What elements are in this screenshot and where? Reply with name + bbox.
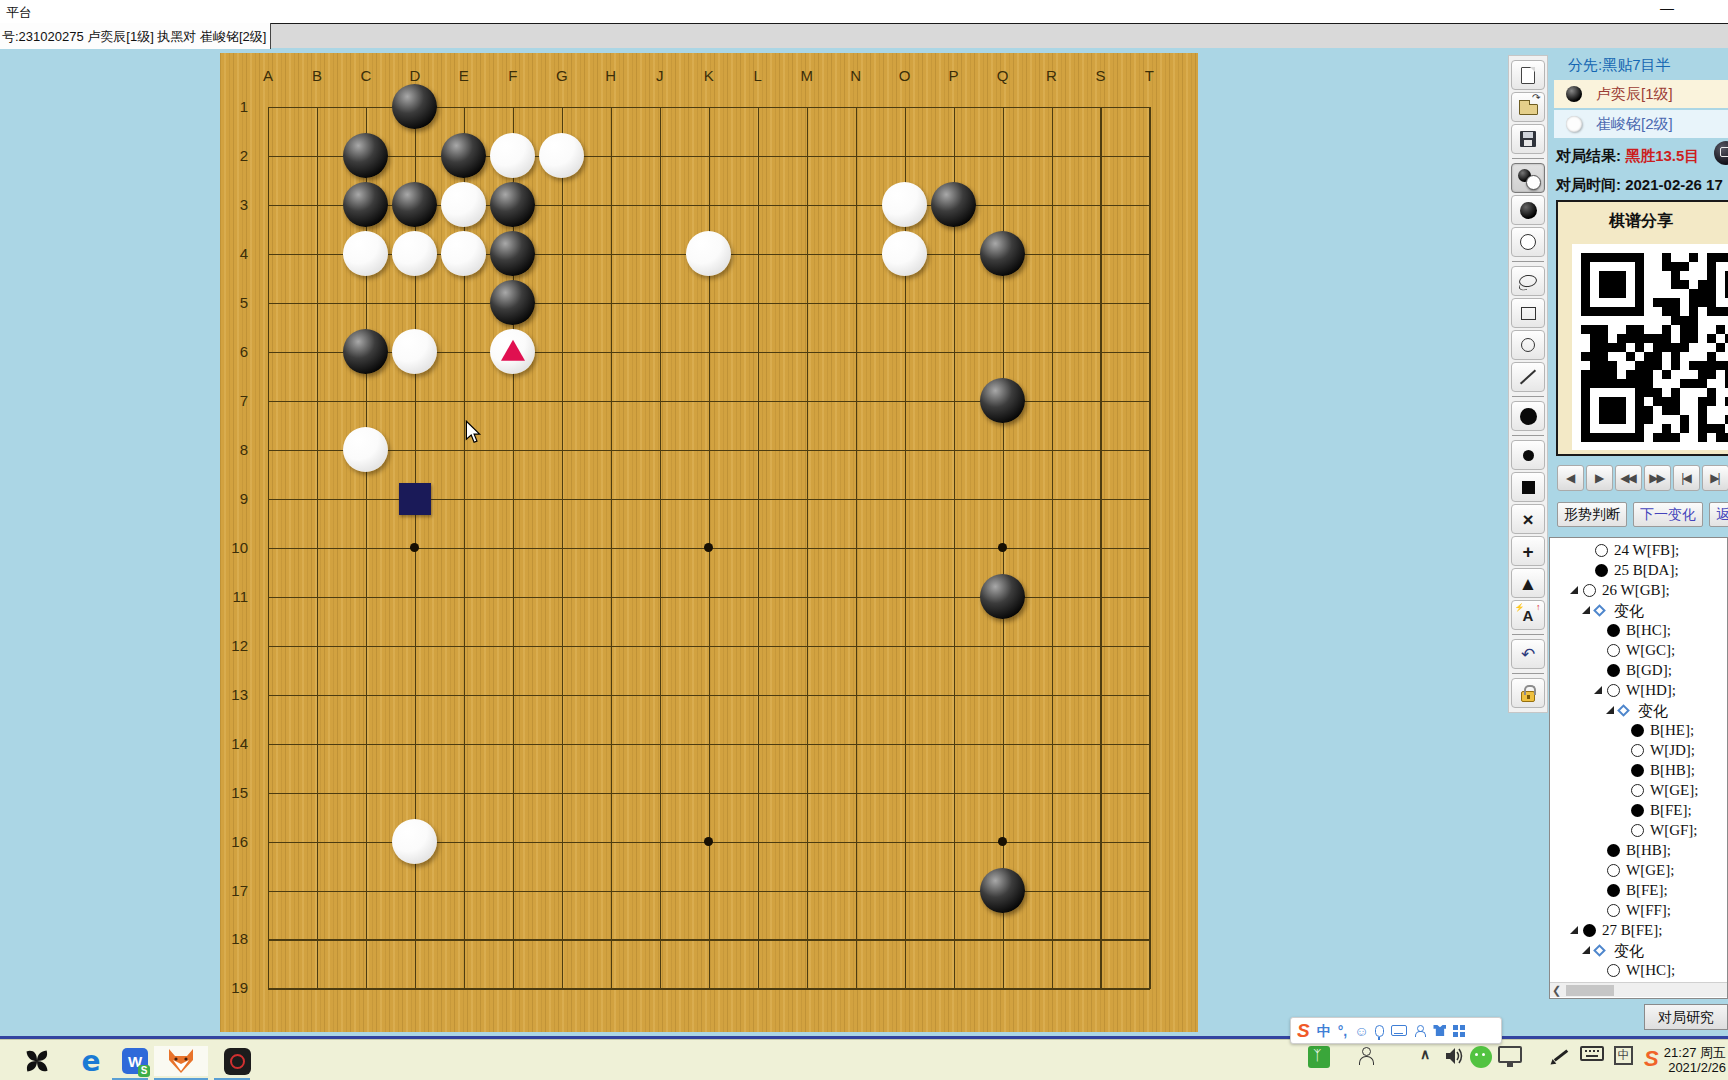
undo-icon: ↶ <box>1521 646 1535 663</box>
black-move-icon <box>1607 844 1620 857</box>
punctuation-icon[interactable]: °, <box>1338 1024 1348 1038</box>
clock-date: 2021/2/26 <box>1664 1060 1726 1075</box>
move-text: 27 B[FE]; <box>1602 922 1662 939</box>
move-tree-node[interactable]: B[HB]; <box>1550 761 1727 781</box>
tree-expander-icon[interactable] <box>1582 946 1590 954</box>
white-move-icon <box>1595 544 1608 557</box>
toolbox-grid-icon[interactable] <box>1453 1025 1465 1037</box>
editor-toolbar: ×+▲A↶ <box>1508 55 1548 713</box>
move-tree-node[interactable]: W[GC]; <box>1550 641 1727 661</box>
usb-icon <box>1308 1046 1330 1068</box>
place-black-stone-button[interactable] <box>1511 195 1545 225</box>
taskbar-clock[interactable]: 21:27 周五 2021/2/26 <box>1664 1045 1726 1075</box>
black-stone-icon <box>1566 86 1582 102</box>
move-tree-node[interactable]: 25 B[DA]; <box>1550 561 1727 581</box>
tree-expander-icon[interactable] <box>1594 686 1602 694</box>
column-label: A <box>253 67 283 84</box>
minimize-button[interactable]: — <box>1650 0 1684 20</box>
toolbar-separator <box>1512 158 1544 159</box>
scroll-left-arrow-icon[interactable]: ❮ <box>1552 984 1561 997</box>
square-mark <box>399 483 431 515</box>
tray-people[interactable] <box>1358 1046 1378 1066</box>
variation-diamond-icon <box>1593 604 1606 617</box>
white-move-icon <box>1631 784 1644 797</box>
variation-diamond-icon <box>1617 704 1630 717</box>
black-stone <box>980 868 1025 913</box>
black-stone <box>980 231 1025 276</box>
chinese-mode-icon[interactable]: 中 <box>1317 1024 1331 1038</box>
tray-ime-mode[interactable]: 中 <box>1614 1046 1633 1065</box>
tree-expander-icon[interactable] <box>1570 926 1578 934</box>
step-forward-button[interactable]: ▶ <box>1586 465 1613 491</box>
time-label: 对局时间: <box>1556 176 1621 193</box>
black-move-icon <box>1595 564 1608 577</box>
qr-share-title: 棋谱分享 <box>1558 202 1724 232</box>
move-tree-node[interactable]: 变化 <box>1550 701 1727 721</box>
place-white-stone-icon <box>1520 234 1536 250</box>
new-file-button[interactable] <box>1511 60 1545 90</box>
move-text: B[HC]; <box>1626 622 1671 639</box>
save-file-button[interactable] <box>1511 124 1545 154</box>
tab-strip: 号:231020275 卢奕辰[1级] 执黑对 崔峻铭[2级] <box>0 23 1728 48</box>
save-file-icon <box>1520 131 1536 147</box>
lasso-tool-icon <box>1518 274 1537 288</box>
move-tree-node[interactable]: W[GE]; <box>1550 861 1727 881</box>
qr-share-panel: 棋谱分享 <box>1556 200 1728 456</box>
dot-mark-icon <box>1523 450 1534 461</box>
column-label: M <box>792 67 822 84</box>
monitor-icon <box>1498 1046 1522 1063</box>
column-label: D <box>400 67 430 84</box>
move-text: B[HB]; <box>1626 842 1671 859</box>
white-player-name: 崔峻铭[2级] <box>1596 115 1673 134</box>
board-point-Q11[interactable] <box>978 572 1027 621</box>
fast-forward-button[interactable]: ▶▶ <box>1644 465 1671 491</box>
black-stone <box>392 84 437 129</box>
black-player-name: 卢奕辰[1级] <box>1596 85 1673 104</box>
action-buttons: 形势判断下一变化返回主谱 <box>1557 502 1728 527</box>
move-tree-node[interactable]: B[HC]; <box>1550 621 1727 641</box>
white-stone <box>343 231 388 276</box>
column-label: T <box>1134 67 1164 84</box>
tree-expander-icon[interactable] <box>1606 706 1614 714</box>
new-file-icon <box>1521 67 1535 84</box>
toolbar-separator <box>1512 261 1544 262</box>
circle-mark-icon <box>1521 338 1535 352</box>
to-end-button[interactable]: ▶| <box>1702 465 1728 491</box>
tree-horizontal-scrollbar[interactable]: ❮ <box>1550 982 1727 997</box>
filled-square-mark-button[interactable] <box>1511 472 1545 502</box>
tray-wechat[interactable] <box>1470 1046 1492 1068</box>
black-move-icon <box>1607 624 1620 637</box>
board-point-F2[interactable] <box>488 131 537 180</box>
stones-layer <box>244 83 1174 1013</box>
taskbar-edge-app[interactable]: e <box>68 1046 114 1076</box>
plus-mark-button[interactable]: + <box>1511 536 1545 566</box>
move-tree-node[interactable]: B[GD]; <box>1550 661 1727 681</box>
rule-text: 分先:黑贴7目半 <box>1568 56 1671 75</box>
move-text: W[GE]; <box>1650 782 1698 799</box>
board-point-O4[interactable] <box>880 229 929 278</box>
move-tree-node[interactable]: W[JD]; <box>1550 741 1727 761</box>
move-tree-node[interactable]: W[FF]; <box>1550 901 1727 921</box>
board-point-D9[interactable] <box>390 474 439 523</box>
time-line: 对局时间: 2021-02-26 17 <box>1556 176 1728 195</box>
board-point-D4[interactable] <box>390 229 439 278</box>
white-player-row[interactable]: 崔峻铭[2级] <box>1554 110 1728 138</box>
tray-sogou[interactable]: S <box>1644 1046 1659 1072</box>
toolbar-separator <box>1512 396 1544 397</box>
sogou-icon: S <box>1644 1046 1659 1072</box>
black-move-icon <box>1631 804 1644 817</box>
taskbar-pinwheel-app[interactable] <box>14 1046 60 1076</box>
move-tree-node[interactable]: 27 B[FE]; <box>1550 921 1727 941</box>
white-move-icon <box>1583 584 1596 597</box>
window-title: 平台 <box>6 4 32 22</box>
undo-button[interactable]: ↶ <box>1511 639 1545 669</box>
result-label: 对局结果: <box>1556 147 1621 164</box>
situation-judge-button[interactable]: 形势判断 <box>1557 502 1627 527</box>
tray-hidden-icons[interactable]: ∧ <box>1420 1046 1430 1062</box>
screen: 平台 — 号:231020275 卢奕辰[1级] 执黑对 崔峻铭[2级] ABC… <box>0 0 1728 1080</box>
toolbar-separator <box>1512 673 1544 674</box>
move-text: W[HD]; <box>1626 682 1676 699</box>
tray-ink-pen[interactable] <box>1550 1046 1570 1066</box>
letter-label-icon: A <box>1523 607 1534 624</box>
board-point-C8[interactable] <box>341 425 390 474</box>
move-text: 24 W[FB]; <box>1614 542 1679 559</box>
go-board[interactable]: ABCDEFGHJKLMNOPQRST 12345678910111213141… <box>220 53 1198 1032</box>
speaker-icon <box>1444 1046 1466 1066</box>
soft-keyboard-icon[interactable] <box>1391 1025 1407 1036</box>
black-stone <box>931 182 976 227</box>
column-label: P <box>939 67 969 84</box>
alternate-stones-icon <box>1517 168 1539 188</box>
lock-button[interactable] <box>1511 678 1545 708</box>
move-numbers-button[interactable] <box>1511 401 1545 431</box>
dot-mark-button[interactable] <box>1511 440 1545 470</box>
chinese-mode-icon: 中 <box>1614 1046 1633 1065</box>
taskbar-fox-app-active[interactable] <box>154 1046 208 1076</box>
move-tree-node[interactable]: B[HE]; <box>1550 721 1727 741</box>
black-stone <box>441 133 486 178</box>
board-point-O3[interactable] <box>880 180 929 229</box>
move-text: W[FF]; <box>1626 902 1671 919</box>
plus-mark-icon: + <box>1522 542 1533 561</box>
keyboard-icon <box>1580 1046 1604 1061</box>
recorder-icon <box>224 1048 251 1075</box>
black-move-icon <box>1583 924 1596 937</box>
white-stone <box>490 329 535 374</box>
move-text: W[JD]; <box>1650 742 1695 759</box>
move-tree-node[interactable]: W[HC]; <box>1550 961 1727 981</box>
square-mark-button[interactable] <box>1511 298 1545 328</box>
black-move-icon <box>1607 884 1620 897</box>
move-text: B[HE]; <box>1650 722 1694 739</box>
open-file-icon <box>1519 104 1538 115</box>
filled-square-mark-icon <box>1522 481 1535 494</box>
back-to-main-line-button[interactable]: 返回主谱 <box>1709 502 1728 527</box>
column-label: N <box>841 67 871 84</box>
mouse-cursor <box>463 420 483 444</box>
wechat-icon <box>1470 1046 1492 1068</box>
column-label: F <box>498 67 528 84</box>
letter-label-button[interactable]: A <box>1511 600 1545 630</box>
fox-icon <box>166 1047 196 1075</box>
wps-icon: W <box>122 1048 148 1074</box>
lock-icon <box>1521 691 1535 702</box>
white-stone <box>392 231 437 276</box>
cross-mark-button[interactable]: × <box>1511 504 1545 534</box>
square-mark-icon <box>1521 307 1536 320</box>
taskbar-recorder-app[interactable] <box>214 1046 260 1076</box>
sogou-input-bar[interactable]: S 中 °, ☺ <box>1290 1017 1502 1044</box>
skin-icon[interactable] <box>1433 1025 1446 1036</box>
board-point-G2[interactable] <box>537 131 586 180</box>
white-stone <box>490 133 535 178</box>
game-record-tab-label: 号:231020275 卢奕辰[1级] 执黑对 崔峻铭[2级] <box>0 23 270 46</box>
black-stone <box>343 329 388 374</box>
black-stone <box>980 574 1025 619</box>
fast-back-button[interactable]: ◀◀ <box>1615 465 1642 491</box>
board-point-D1[interactable] <box>390 83 439 132</box>
board-point-E4[interactable] <box>439 229 488 278</box>
next-variation-button[interactable]: 下一变化 <box>1633 502 1703 527</box>
board-point-Q7[interactable] <box>978 376 1027 425</box>
black-stone <box>980 378 1025 423</box>
pen-icon <box>1550 1046 1570 1066</box>
board-point-F6[interactable] <box>488 327 537 376</box>
title-bar: 平台 — <box>0 0 1728 23</box>
board-point-Q4[interactable] <box>978 229 1027 278</box>
white-stone <box>441 182 486 227</box>
board-point-Q17[interactable] <box>978 866 1027 915</box>
board-point-F5[interactable] <box>488 278 537 327</box>
board-point-F3[interactable] <box>488 180 537 229</box>
white-stone <box>539 133 584 178</box>
cross-mark-icon: × <box>1522 510 1533 529</box>
circle-mark-button[interactable] <box>1511 330 1545 360</box>
column-label: B <box>302 67 332 84</box>
white-move-icon <box>1607 684 1620 697</box>
black-stone <box>343 182 388 227</box>
board-point-P3[interactable] <box>929 180 978 229</box>
triangle-mark <box>501 340 525 361</box>
black-move-icon <box>1631 724 1644 737</box>
scrollbar-thumb[interactable] <box>1566 985 1614 996</box>
white-move-icon <box>1607 904 1620 917</box>
column-label: H <box>596 67 626 84</box>
white-stone <box>392 329 437 374</box>
edge-icon: e <box>82 1045 101 1078</box>
tree-expander-icon[interactable] <box>1570 586 1578 594</box>
tree-expander-icon[interactable] <box>1582 606 1590 614</box>
place-white-stone-button[interactable] <box>1511 227 1545 257</box>
white-stone-icon <box>1566 116 1582 132</box>
move-text: B[GD]; <box>1626 662 1672 679</box>
move-tree-node[interactable]: 变化 <box>1550 941 1727 961</box>
column-label: Q <box>988 67 1018 84</box>
move-text: 变化 <box>1614 602 1644 621</box>
board-point-C4[interactable] <box>341 229 390 278</box>
white-stone <box>882 231 927 276</box>
column-label: E <box>449 67 479 84</box>
step-back-button[interactable]: ◀ <box>1557 465 1584 491</box>
column-label: O <box>890 67 920 84</box>
column-label: C <box>351 67 381 84</box>
chevron-up-icon: ∧ <box>1420 1046 1430 1062</box>
tray-touch-keyboard[interactable] <box>1580 1046 1604 1061</box>
column-label: S <box>1085 67 1115 84</box>
white-move-icon <box>1631 744 1644 757</box>
playback-controls: ◀▶◀◀▶▶|◀▶| <box>1557 465 1728 491</box>
tray-usb[interactable] <box>1308 1046 1330 1068</box>
game-study-button[interactable]: 对局研究 <box>1644 1004 1728 1030</box>
move-text: 26 W[GB]; <box>1602 582 1670 599</box>
sogou-logo-icon: S <box>1297 1020 1310 1042</box>
board-point-C6[interactable] <box>341 327 390 376</box>
result-line: 对局结果: 黑胜13.5目 <box>1556 147 1728 166</box>
toolbar-separator <box>1512 435 1544 436</box>
line-tool-button[interactable] <box>1511 362 1545 392</box>
move-text: 变化 <box>1638 702 1668 721</box>
move-tree-node[interactable]: W[GE]; <box>1550 781 1727 801</box>
move-text: B[HB]; <box>1650 762 1695 779</box>
move-text: W[GC]; <box>1626 642 1675 659</box>
white-stone <box>882 182 927 227</box>
move-text: B[FE]; <box>1626 882 1668 899</box>
triangle-mark-icon: ▲ <box>1519 574 1538 593</box>
white-stone <box>686 231 731 276</box>
time-value: 2021-02-26 17 <box>1625 176 1723 193</box>
people-icon <box>1358 1046 1378 1066</box>
place-black-stone-icon <box>1520 202 1537 219</box>
pinwheel-icon <box>23 1047 51 1075</box>
board-point-E3[interactable] <box>439 180 488 229</box>
move-tree-node[interactable]: W[HD]; <box>1550 681 1727 701</box>
mic-icon[interactable] <box>1375 1025 1384 1037</box>
move-text: W[HC]; <box>1626 962 1675 979</box>
black-move-icon <box>1631 764 1644 777</box>
alternate-stones-button[interactable] <box>1511 163 1545 193</box>
board-point-K4[interactable] <box>684 229 733 278</box>
column-label: L <box>743 67 773 84</box>
white-move-icon <box>1631 824 1644 837</box>
board-point-F4[interactable] <box>488 229 537 278</box>
move-text: B[FE]; <box>1650 802 1692 819</box>
column-label: J <box>645 67 675 84</box>
move-tree-node[interactable]: 变化 <box>1550 601 1727 621</box>
black-stone <box>392 182 437 227</box>
black-move-icon <box>1607 664 1620 677</box>
move-numbers-icon <box>1520 408 1537 425</box>
column-label: K <box>694 67 724 84</box>
white-stone <box>343 427 388 472</box>
column-label: R <box>1037 67 1067 84</box>
move-tree-node[interactable]: B[HB]; <box>1550 841 1727 861</box>
black-stone <box>490 182 535 227</box>
white-move-icon <box>1607 964 1620 977</box>
move-tree-node[interactable]: W[GF]; <box>1550 821 1727 841</box>
move-tree-node[interactable]: 26 W[GB]; <box>1550 581 1727 601</box>
account-icon[interactable] <box>1414 1025 1426 1037</box>
white-stone <box>392 819 437 864</box>
board-point-E2[interactable] <box>439 131 488 180</box>
board-point-D16[interactable] <box>390 817 439 866</box>
black-stone <box>490 231 535 276</box>
taskbar-wps-app[interactable]: W <box>112 1046 158 1076</box>
tray-monitor[interactable] <box>1498 1046 1522 1063</box>
white-move-icon <box>1607 644 1620 657</box>
board-point-D6[interactable] <box>390 327 439 376</box>
move-text: 25 B[DA]; <box>1614 562 1679 579</box>
move-tree-node[interactable]: B[FE]; <box>1550 801 1727 821</box>
line-tool-icon <box>1520 370 1536 385</box>
qr-code <box>1572 244 1728 450</box>
toolbar-separator <box>1512 634 1544 635</box>
lasso-tool-button[interactable] <box>1511 266 1545 296</box>
white-stone <box>441 231 486 276</box>
board-point-C3[interactable] <box>341 180 390 229</box>
open-file-button[interactable] <box>1511 92 1545 122</box>
move-tree-panel[interactable]: 24 W[FB];25 B[DA];26 W[GB];变化B[HC];W[GC]… <box>1549 537 1728 999</box>
clock-time: 21:27 周五 <box>1664 1045 1726 1060</box>
game-record-tab[interactable]: 号:231020275 卢奕辰[1级] 执黑对 崔峻铭[2级] <box>0 23 271 49</box>
tray-volume[interactable] <box>1444 1046 1466 1066</box>
board-point-D3[interactable] <box>390 180 439 229</box>
move-tree-node[interactable]: B[FE]; <box>1550 881 1727 901</box>
emoji-icon[interactable]: ☺ <box>1354 1024 1368 1038</box>
black-stone <box>343 133 388 178</box>
black-stone <box>490 280 535 325</box>
to-start-button[interactable]: |◀ <box>1673 465 1700 491</box>
move-tree-node[interactable]: 24 W[FB]; <box>1550 541 1727 561</box>
result-value: 黑胜13.5目 <box>1625 147 1699 164</box>
move-text: W[GE]; <box>1626 862 1674 879</box>
move-text: 变化 <box>1614 942 1644 961</box>
black-player-row[interactable]: 卢奕辰[1级] <box>1554 80 1728 108</box>
white-move-icon <box>1607 864 1620 877</box>
column-label: G <box>547 67 577 84</box>
taskbar: e W ∧ <box>0 1039 1728 1080</box>
triangle-mark-button[interactable]: ▲ <box>1511 568 1545 598</box>
board-point-C2[interactable] <box>341 131 390 180</box>
move-text: W[GF]; <box>1650 822 1698 839</box>
variation-diamond-icon <box>1593 944 1606 957</box>
